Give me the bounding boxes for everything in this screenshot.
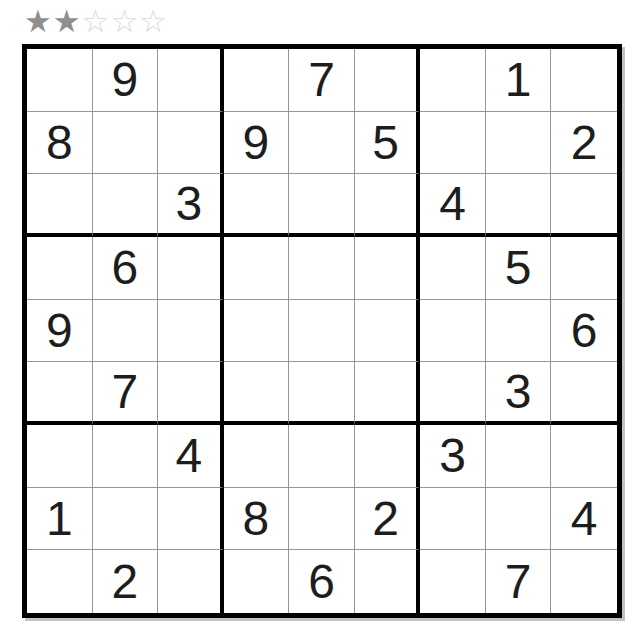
- cell-r9c6[interactable]: [355, 550, 421, 613]
- cell-r9c3[interactable]: [158, 550, 224, 613]
- cell-r7c2[interactable]: [93, 425, 159, 488]
- cell-r2c3[interactable]: [158, 112, 224, 175]
- cell-r5c4[interactable]: [224, 300, 290, 363]
- cell-r5c2[interactable]: [93, 300, 159, 363]
- cell-r3c4[interactable]: [224, 174, 290, 237]
- cell-r3c3[interactable]: 3: [158, 174, 224, 237]
- cell-r1c8[interactable]: 1: [486, 49, 552, 112]
- cell-r9c2[interactable]: 2: [93, 550, 159, 613]
- cell-r4c6[interactable]: [355, 237, 421, 300]
- cell-r5c3[interactable]: [158, 300, 224, 363]
- cell-r2c9[interactable]: 2: [551, 112, 617, 175]
- cell-r6c7[interactable]: [420, 362, 486, 425]
- difficulty-rating: ★★☆☆☆: [24, 2, 167, 40]
- cell-r5c7[interactable]: [420, 300, 486, 363]
- cell-r1c7[interactable]: [420, 49, 486, 112]
- cell-r1c1[interactable]: [27, 49, 93, 112]
- cell-r1c5[interactable]: 7: [289, 49, 355, 112]
- cell-r7c5[interactable]: [289, 425, 355, 488]
- cell-r9c1[interactable]: [27, 550, 93, 613]
- cell-r6c6[interactable]: [355, 362, 421, 425]
- cell-r8c9[interactable]: 4: [551, 488, 617, 551]
- cell-r3c9[interactable]: [551, 174, 617, 237]
- cell-r4c8[interactable]: 5: [486, 237, 552, 300]
- cell-r8c7[interactable]: [420, 488, 486, 551]
- cell-r8c8[interactable]: [486, 488, 552, 551]
- cell-r3c1[interactable]: [27, 174, 93, 237]
- cell-r6c3[interactable]: [158, 362, 224, 425]
- cell-r1c6[interactable]: [355, 49, 421, 112]
- cell-r6c8[interactable]: 3: [486, 362, 552, 425]
- cell-r5c5[interactable]: [289, 300, 355, 363]
- cell-r6c2[interactable]: 7: [93, 362, 159, 425]
- cell-r1c2[interactable]: 9: [93, 49, 159, 112]
- star-filled-icon: ★: [24, 6, 52, 37]
- cell-r4c3[interactable]: [158, 237, 224, 300]
- cell-r7c4[interactable]: [224, 425, 290, 488]
- cell-r4c2[interactable]: 6: [93, 237, 159, 300]
- cell-r3c7[interactable]: 4: [420, 174, 486, 237]
- cell-r8c2[interactable]: [93, 488, 159, 551]
- cell-r2c7[interactable]: [420, 112, 486, 175]
- cell-r8c4[interactable]: 8: [224, 488, 290, 551]
- cell-r9c7[interactable]: [420, 550, 486, 613]
- cell-r8c3[interactable]: [158, 488, 224, 551]
- sudoku-board: 971895234659673431824267: [22, 44, 622, 618]
- cell-r2c1[interactable]: 8: [27, 112, 93, 175]
- cell-r1c9[interactable]: [551, 49, 617, 112]
- cell-r2c2[interactable]: [93, 112, 159, 175]
- cell-r4c4[interactable]: [224, 237, 290, 300]
- cell-r5c8[interactable]: [486, 300, 552, 363]
- cell-r8c1[interactable]: 1: [27, 488, 93, 551]
- cell-r6c9[interactable]: [551, 362, 617, 425]
- cell-r8c5[interactable]: [289, 488, 355, 551]
- star-empty-icon: ☆: [139, 6, 167, 37]
- cell-r4c1[interactable]: [27, 237, 93, 300]
- cell-r4c5[interactable]: [289, 237, 355, 300]
- cell-r7c7[interactable]: 3: [420, 425, 486, 488]
- cell-r9c8[interactable]: 7: [486, 550, 552, 613]
- cell-r5c6[interactable]: [355, 300, 421, 363]
- cell-r4c9[interactable]: [551, 237, 617, 300]
- star-empty-icon: ☆: [110, 6, 138, 37]
- cell-r7c3[interactable]: 4: [158, 425, 224, 488]
- cell-r7c9[interactable]: [551, 425, 617, 488]
- cell-r7c8[interactable]: [486, 425, 552, 488]
- cell-r1c3[interactable]: [158, 49, 224, 112]
- cell-r5c9[interactable]: 6: [551, 300, 617, 363]
- cell-r3c5[interactable]: [289, 174, 355, 237]
- star-empty-icon: ☆: [82, 6, 110, 37]
- cell-r3c2[interactable]: [93, 174, 159, 237]
- cell-r6c1[interactable]: [27, 362, 93, 425]
- cell-r7c6[interactable]: [355, 425, 421, 488]
- cell-r6c5[interactable]: [289, 362, 355, 425]
- cell-r2c6[interactable]: 5: [355, 112, 421, 175]
- cell-r9c4[interactable]: [224, 550, 290, 613]
- cell-r9c5[interactable]: 6: [289, 550, 355, 613]
- star-filled-icon: ★: [53, 6, 81, 37]
- cell-r2c5[interactable]: [289, 112, 355, 175]
- cell-r7c1[interactable]: [27, 425, 93, 488]
- cell-r5c1[interactable]: 9: [27, 300, 93, 363]
- cell-r8c6[interactable]: 2: [355, 488, 421, 551]
- cell-r2c4[interactable]: 9: [224, 112, 290, 175]
- cell-r9c9[interactable]: [551, 550, 617, 613]
- cell-r4c7[interactable]: [420, 237, 486, 300]
- cell-r2c8[interactable]: [486, 112, 552, 175]
- cell-r3c8[interactable]: [486, 174, 552, 237]
- cell-r6c4[interactable]: [224, 362, 290, 425]
- cell-r3c6[interactable]: [355, 174, 421, 237]
- cell-r1c4[interactable]: [224, 49, 290, 112]
